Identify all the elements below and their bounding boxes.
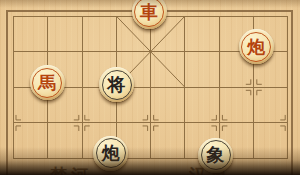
board-cell[interactable] bbox=[150, 122, 184, 157]
red-horse[interactable]: 馬 bbox=[30, 65, 65, 100]
black-elephant[interactable]: 象 bbox=[198, 138, 233, 173]
piece-glyph: 象 bbox=[198, 138, 233, 173]
board-cell[interactable] bbox=[253, 87, 287, 122]
board-cell[interactable] bbox=[150, 87, 184, 122]
board-cell[interactable] bbox=[13, 122, 47, 157]
board-cell[interactable] bbox=[47, 16, 81, 51]
red-cannon[interactable]: 炮 bbox=[239, 29, 274, 64]
board-cell[interactable] bbox=[219, 87, 253, 122]
board-cell[interactable] bbox=[150, 51, 184, 86]
xiangqi-board[interactable]: 楚河 汉界 車炮馬将炮象 bbox=[0, 0, 300, 175]
river-label-left: 楚河 bbox=[50, 164, 92, 175]
black-general[interactable]: 将 bbox=[99, 67, 134, 102]
piece-glyph: 馬 bbox=[30, 65, 65, 100]
board-cell[interactable] bbox=[184, 51, 218, 86]
black-cannon[interactable]: 炮 bbox=[93, 136, 128, 171]
board-cell[interactable] bbox=[82, 16, 116, 51]
board-cell[interactable] bbox=[184, 16, 218, 51]
board-cell[interactable] bbox=[47, 122, 81, 157]
red-chariot[interactable]: 車 bbox=[132, 0, 167, 29]
piece-glyph: 炮 bbox=[239, 29, 274, 64]
piece-glyph: 将 bbox=[99, 67, 134, 102]
board-cell[interactable] bbox=[184, 87, 218, 122]
piece-glyph: 車 bbox=[132, 0, 167, 29]
piece-glyph: 炮 bbox=[93, 136, 128, 171]
board-cell[interactable] bbox=[13, 16, 47, 51]
board-cell[interactable] bbox=[253, 122, 287, 157]
